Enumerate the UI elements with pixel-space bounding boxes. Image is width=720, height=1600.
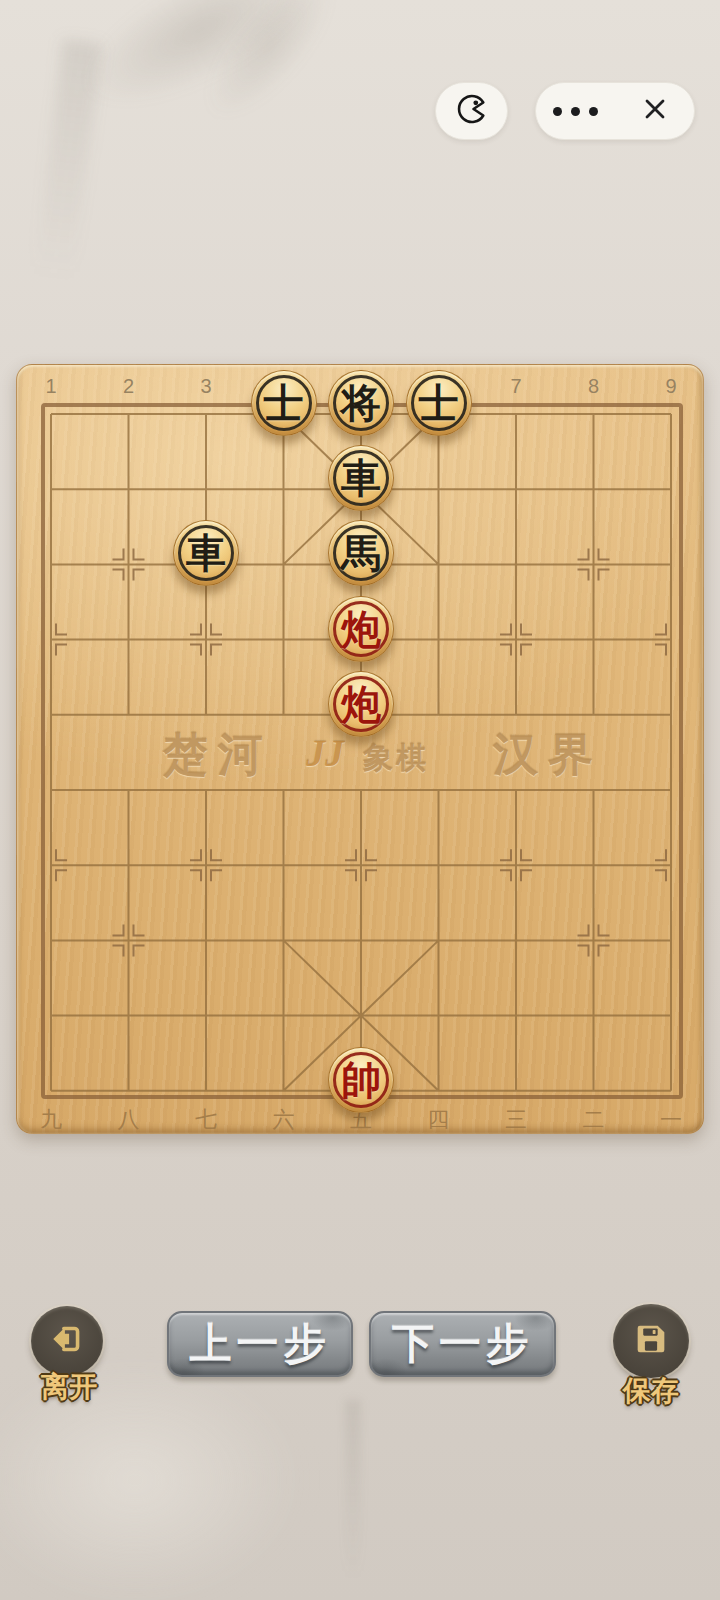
piece-black-士[interactable]: 士	[251, 370, 317, 436]
leave-button[interactable]	[31, 1306, 103, 1376]
floppy-disk-icon	[631, 1319, 671, 1363]
piece-black-将[interactable]: 将	[328, 370, 394, 436]
piece-red-炮[interactable]: 炮	[328, 596, 394, 662]
titlebar-capsule	[535, 82, 695, 140]
leave-button-group: 离开	[31, 1306, 107, 1376]
prev-step-button[interactable]: 上一步	[167, 1311, 353, 1377]
background-stalk-shadow	[345, 1400, 361, 1580]
next-step-label: 下一步	[392, 1316, 533, 1372]
leave-label: 离开	[41, 1368, 97, 1406]
close-button[interactable]	[615, 83, 694, 139]
app-logo-button[interactable]	[435, 82, 508, 140]
pieces-layer: 士将士車車馬炮炮帥	[12, 376, 710, 1128]
background-bamboo-shadow	[62, 0, 339, 135]
save-button-group: 保存	[613, 1304, 689, 1378]
back-arrow-icon	[48, 1320, 86, 1362]
ellipsis-icon	[553, 107, 598, 116]
next-step-button[interactable]: 下一步	[369, 1311, 556, 1377]
prev-step-label: 上一步	[190, 1316, 331, 1372]
background-bamboo-shadow	[185, 0, 354, 136]
xiangqi-board: 123456789 九八七六五四三二一 楚河 JJ 象棋 汉界 士将士車車馬炮炮…	[16, 364, 704, 1134]
piece-red-帥[interactable]: 帥	[328, 1047, 394, 1113]
save-label: 保存	[623, 1372, 679, 1410]
piece-red-炮[interactable]: 炮	[328, 671, 394, 737]
close-icon	[640, 94, 670, 128]
background-streak	[34, 38, 103, 281]
pacman-logo-icon	[455, 92, 489, 130]
piece-black-車[interactable]: 車	[173, 520, 239, 586]
piece-black-士[interactable]: 士	[406, 370, 472, 436]
piece-black-馬[interactable]: 馬	[328, 520, 394, 586]
app-screen: { "game": "xiangqi", "titlebar": { "logo…	[0, 0, 720, 1600]
piece-black-車[interactable]: 車	[328, 445, 394, 511]
save-button[interactable]	[613, 1304, 689, 1378]
more-button[interactable]	[536, 83, 615, 139]
